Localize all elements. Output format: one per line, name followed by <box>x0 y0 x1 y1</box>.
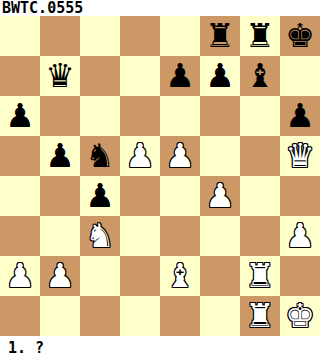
square-b4[interactable] <box>40 176 80 216</box>
white-rook-icon: ♜ <box>245 256 275 296</box>
square-b8[interactable] <box>40 16 80 56</box>
square-d2[interactable] <box>120 256 160 296</box>
square-b6[interactable] <box>40 96 80 136</box>
black-knight-icon: ♞ <box>85 136 115 176</box>
black-pawn-icon: ♟ <box>205 56 235 96</box>
square-h7[interactable] <box>280 56 320 96</box>
square-c2[interactable] <box>80 256 120 296</box>
white-pawn-icon: ♟ <box>45 256 75 296</box>
black-pawn-icon: ♟ <box>45 136 75 176</box>
square-c5[interactable]: ♞ <box>80 136 120 176</box>
white-pawn-icon: ♟ <box>125 136 155 176</box>
square-e5[interactable]: ♟ <box>160 136 200 176</box>
square-g2[interactable]: ♜ <box>240 256 280 296</box>
square-d4[interactable] <box>120 176 160 216</box>
square-g4[interactable] <box>240 176 280 216</box>
black-pawn-icon: ♟ <box>5 96 35 136</box>
square-a1[interactable] <box>0 296 40 336</box>
square-a3[interactable] <box>0 216 40 256</box>
black-pawn-icon: ♟ <box>85 176 115 216</box>
square-e2[interactable]: ♝ <box>160 256 200 296</box>
square-h4[interactable] <box>280 176 320 216</box>
square-a5[interactable] <box>0 136 40 176</box>
square-a7[interactable] <box>0 56 40 96</box>
square-b2[interactable]: ♟ <box>40 256 80 296</box>
square-a6[interactable]: ♟ <box>0 96 40 136</box>
square-e8[interactable] <box>160 16 200 56</box>
square-e7[interactable]: ♟ <box>160 56 200 96</box>
square-f8[interactable]: ♜ <box>200 16 240 56</box>
square-g3[interactable] <box>240 216 280 256</box>
move-prompt: 1. ? <box>0 339 44 357</box>
black-rook-icon: ♜ <box>245 16 275 56</box>
square-f4[interactable]: ♟ <box>200 176 240 216</box>
white-queen-icon: ♛ <box>285 136 315 176</box>
square-b7[interactable]: ♛ <box>40 56 80 96</box>
square-f1[interactable] <box>200 296 240 336</box>
square-a2[interactable]: ♟ <box>0 256 40 296</box>
square-c7[interactable] <box>80 56 120 96</box>
chess-board: ♜♜♚♛♟♟♝♟♟♟♞♟♟♛♟♟♞♟♟♟♝♜♜♚ <box>0 16 320 336</box>
square-c4[interactable]: ♟ <box>80 176 120 216</box>
square-c1[interactable] <box>80 296 120 336</box>
black-king-icon: ♚ <box>285 16 315 56</box>
white-pawn-icon: ♟ <box>205 176 235 216</box>
square-c8[interactable] <box>80 16 120 56</box>
square-d3[interactable] <box>120 216 160 256</box>
square-h3[interactable]: ♟ <box>280 216 320 256</box>
square-a8[interactable] <box>0 16 40 56</box>
square-f3[interactable] <box>200 216 240 256</box>
title-bar: BWTC.0555 <box>0 0 320 16</box>
white-pawn-icon: ♟ <box>285 216 315 256</box>
square-h8[interactable]: ♚ <box>280 16 320 56</box>
square-d6[interactable] <box>120 96 160 136</box>
square-g6[interactable] <box>240 96 280 136</box>
black-rook-icon: ♜ <box>205 16 235 56</box>
puzzle-id: BWTC.0555 <box>0 0 83 16</box>
square-f6[interactable] <box>200 96 240 136</box>
square-f7[interactable]: ♟ <box>200 56 240 96</box>
square-h1[interactable]: ♚ <box>280 296 320 336</box>
black-pawn-icon: ♟ <box>165 56 195 96</box>
white-pawn-icon: ♟ <box>5 256 35 296</box>
footer-bar: 1. ? <box>0 336 320 360</box>
white-king-icon: ♚ <box>285 296 315 336</box>
square-d7[interactable] <box>120 56 160 96</box>
square-b1[interactable] <box>40 296 80 336</box>
square-f2[interactable] <box>200 256 240 296</box>
square-e4[interactable] <box>160 176 200 216</box>
square-b5[interactable]: ♟ <box>40 136 80 176</box>
square-d5[interactable]: ♟ <box>120 136 160 176</box>
square-g7[interactable]: ♝ <box>240 56 280 96</box>
black-pawn-icon: ♟ <box>285 96 315 136</box>
black-queen-icon: ♛ <box>45 56 75 96</box>
square-b3[interactable] <box>40 216 80 256</box>
square-c6[interactable] <box>80 96 120 136</box>
square-h2[interactable] <box>280 256 320 296</box>
square-g5[interactable] <box>240 136 280 176</box>
square-g8[interactable]: ♜ <box>240 16 280 56</box>
square-h6[interactable]: ♟ <box>280 96 320 136</box>
square-e6[interactable] <box>160 96 200 136</box>
white-bishop-icon: ♝ <box>165 256 195 296</box>
square-g1[interactable]: ♜ <box>240 296 280 336</box>
black-bishop-icon: ♝ <box>245 56 275 96</box>
white-rook-icon: ♜ <box>245 296 275 336</box>
white-pawn-icon: ♟ <box>165 136 195 176</box>
square-h5[interactable]: ♛ <box>280 136 320 176</box>
square-d8[interactable] <box>120 16 160 56</box>
white-knight-icon: ♞ <box>85 216 115 256</box>
square-e1[interactable] <box>160 296 200 336</box>
square-a4[interactable] <box>0 176 40 216</box>
square-f5[interactable] <box>200 136 240 176</box>
square-e3[interactable] <box>160 216 200 256</box>
square-d1[interactable] <box>120 296 160 336</box>
square-c3[interactable]: ♞ <box>80 216 120 256</box>
